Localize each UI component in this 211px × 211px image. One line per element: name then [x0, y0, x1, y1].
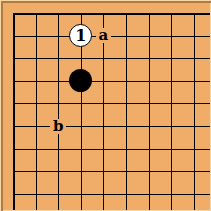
board-point-r3c4	[70, 47, 93, 70]
board-point-r5c9	[183, 92, 206, 115]
board-point-r4c4	[70, 70, 93, 93]
board-frame-left-shadow	[1, 1, 3, 211]
board-point-r8c6	[115, 160, 138, 183]
board-point-r2c3	[47, 24, 70, 47]
white-stone-1: 1	[69, 24, 92, 47]
board-point-r9c3	[47, 183, 70, 206]
board-point-r4c3	[47, 70, 70, 93]
board-point-r5c2	[24, 92, 47, 115]
board-point-r9c4	[70, 183, 93, 206]
board-point-r9c9	[183, 183, 206, 206]
board-point-r8c5	[92, 160, 115, 183]
board-point-r6c5	[92, 115, 115, 138]
point-label-b: b	[50, 119, 67, 134]
board-point-r8c8	[160, 160, 183, 183]
board-point-r2c2	[24, 24, 47, 47]
board-point-r2c5: a	[92, 24, 115, 47]
board-point-r6c4	[70, 115, 93, 138]
board-point-r1c4	[70, 2, 93, 25]
board-point-r9c2	[24, 183, 47, 206]
board-point-r8c4	[70, 160, 93, 183]
board-point-r1c3	[47, 2, 70, 25]
point-label-a: a	[96, 28, 112, 43]
board-point-r1c6	[115, 2, 138, 25]
board-point-r6c7	[137, 115, 160, 138]
board-point-r5c7	[137, 92, 160, 115]
board-point-r5c1	[2, 92, 25, 115]
board-point-r4c7	[137, 70, 160, 93]
board-point-r3c7	[137, 47, 160, 70]
board-point-r9c1	[2, 183, 25, 206]
board-point-r4c1	[2, 70, 25, 93]
board-frame-bottom-highlight	[0, 210, 211, 211]
board-point-r2c6	[115, 24, 138, 47]
board-point-r5c4	[70, 92, 93, 115]
board-point-r7c7	[137, 137, 160, 160]
board-point-r5c3	[47, 92, 70, 115]
board-point-r3c2	[24, 47, 47, 70]
board-point-r7c5	[92, 137, 115, 160]
board-point-r6c1	[2, 115, 25, 138]
board-point-r3c1	[2, 47, 25, 70]
board-point-r7c8	[160, 137, 183, 160]
board-point-r9c5	[92, 183, 115, 206]
board-point-r6c3: b	[47, 115, 70, 138]
board-point-r6c8	[160, 115, 183, 138]
board-point-r4c2	[24, 70, 47, 93]
board-point-r5c6	[115, 92, 138, 115]
board-point-r8c3	[47, 160, 70, 183]
board-point-r3c5	[92, 47, 115, 70]
board-point-r3c3	[47, 47, 70, 70]
board-point-r4c8	[160, 70, 183, 93]
board-point-r8c9	[183, 160, 206, 183]
black-stone	[69, 69, 92, 92]
board-point-r1c8	[160, 2, 183, 25]
board-point-r2c7	[137, 24, 160, 47]
board-point-r1c1	[2, 2, 25, 25]
board-point-r5c5	[92, 92, 115, 115]
board-point-r6c9	[183, 115, 206, 138]
board-point-r6c2	[24, 115, 47, 138]
board-point-r1c5	[92, 2, 115, 25]
board-point-r3c8	[160, 47, 183, 70]
board-frame-right-highlight	[210, 0, 211, 211]
board-point-r8c2	[24, 160, 47, 183]
board-point-r4c6	[115, 70, 138, 93]
board-point-r4c9	[183, 70, 206, 93]
board-point-r9c8	[160, 183, 183, 206]
board-intersections: 1ab	[2, 2, 206, 206]
board-point-r8c7	[137, 160, 160, 183]
go-board-diagram: 1ab	[0, 0, 211, 211]
board-point-r8c1	[2, 160, 25, 183]
board-point-r2c4: 1	[70, 24, 93, 47]
board-point-r7c1	[2, 137, 25, 160]
board-point-r3c9	[183, 47, 206, 70]
board-point-r7c2	[24, 137, 47, 160]
board-frame-top-shadow	[1, 1, 211, 3]
board-point-r2c1	[2, 24, 25, 47]
board-point-r9c7	[137, 183, 160, 206]
board-point-r2c8	[160, 24, 183, 47]
board-point-r9c6	[115, 183, 138, 206]
board-point-r1c9	[183, 2, 206, 25]
board-point-r7c9	[183, 137, 206, 160]
board-point-r2c9	[183, 24, 206, 47]
board-point-r6c6	[115, 115, 138, 138]
board-point-r5c8	[160, 92, 183, 115]
board-point-r7c3	[47, 137, 70, 160]
board-point-r4c5	[92, 70, 115, 93]
board-point-r7c4	[70, 137, 93, 160]
board-point-r7c6	[115, 137, 138, 160]
board-point-r1c7	[137, 2, 160, 25]
board-point-r1c2	[24, 2, 47, 25]
board-point-r3c6	[115, 47, 138, 70]
